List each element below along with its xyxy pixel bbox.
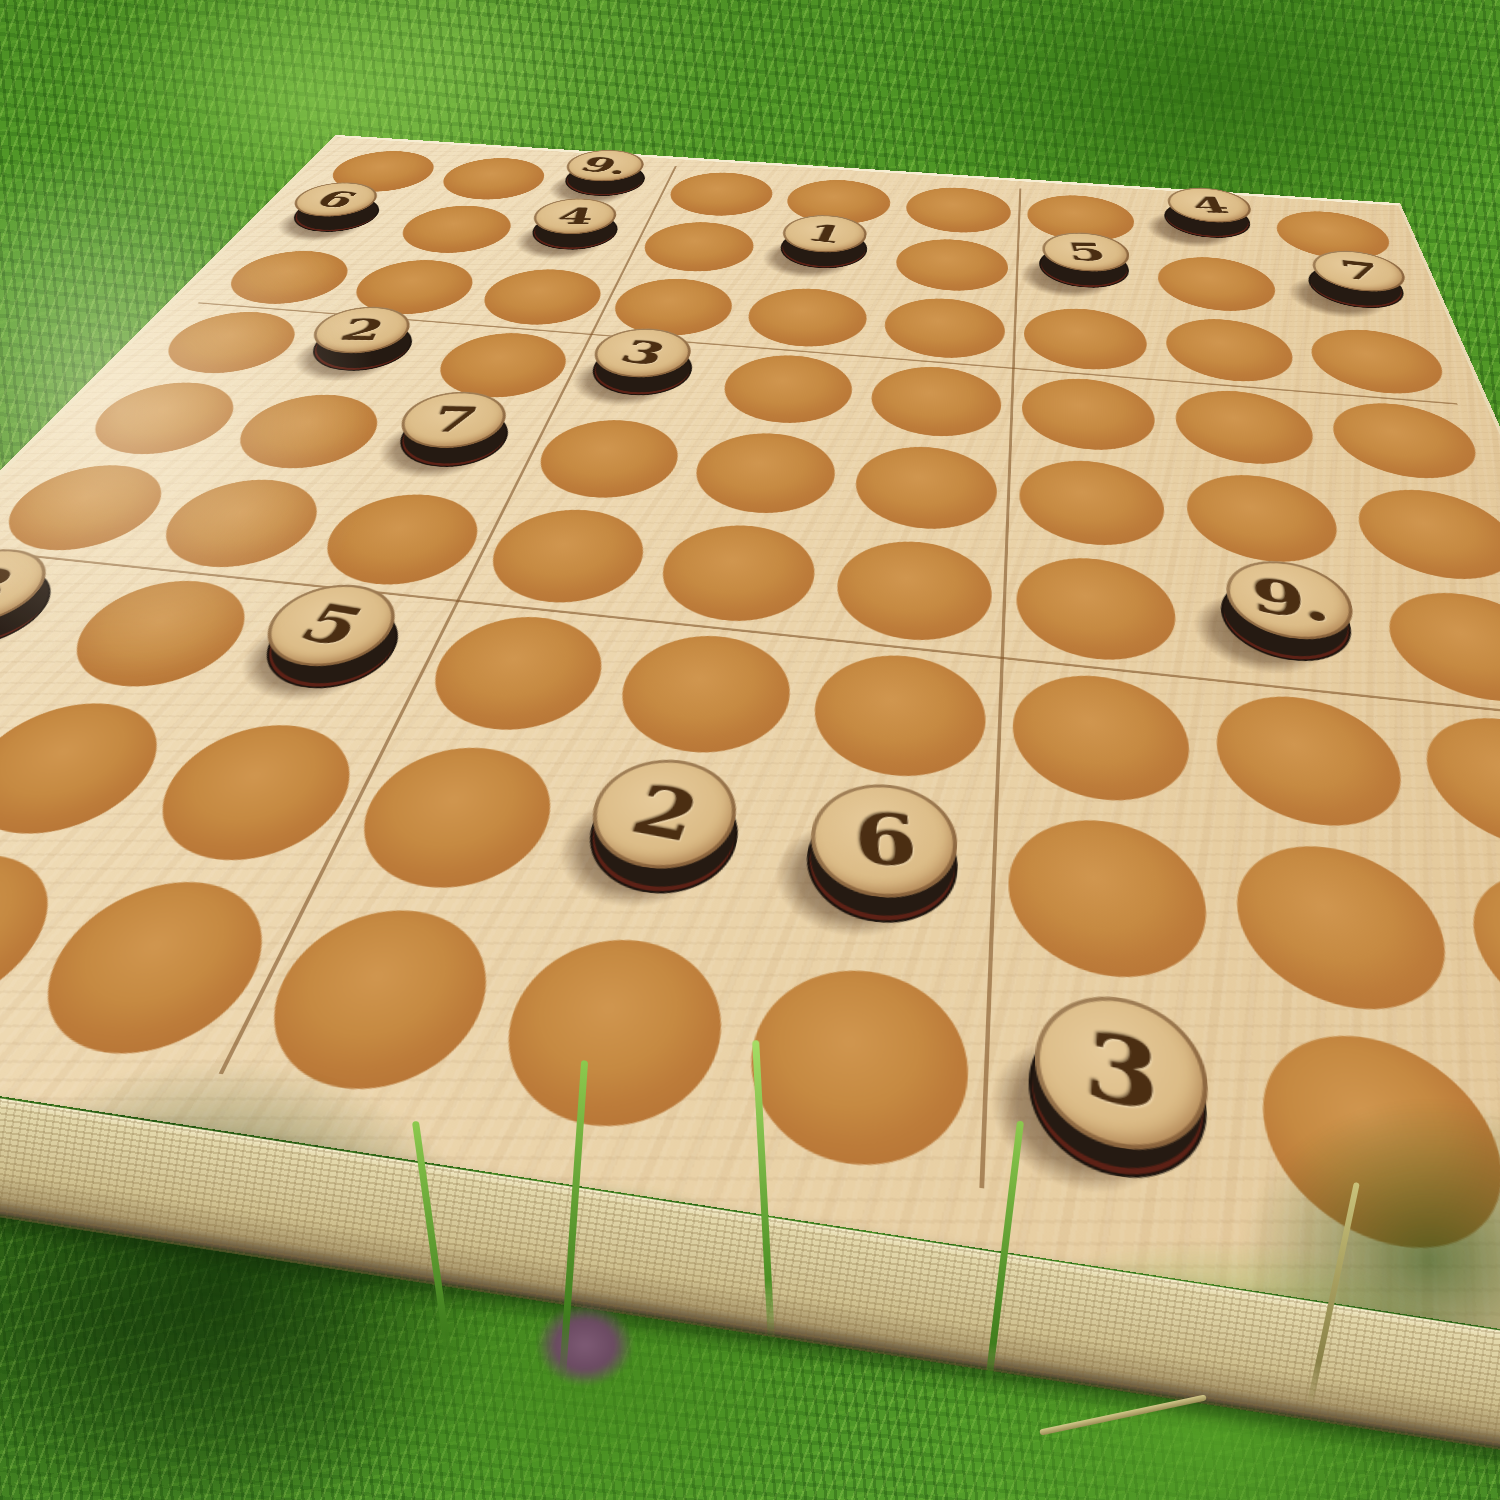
token-5-r7c3[interactable]: 5 — [254, 606, 417, 700]
cell-r4c7[interactable] — [1170, 462, 1362, 577]
cell-r6c9[interactable] — [989, 798, 1232, 1006]
token-digit: 9. — [1250, 567, 1329, 633]
token-digit: 6 — [853, 798, 916, 881]
cell-r5c6[interactable] — [1002, 543, 1195, 678]
token-6-r8c6[interactable]: 6 — [801, 805, 957, 935]
cell-r3c2[interactable] — [1293, 320, 1468, 404]
cell-r6c3[interactable] — [996, 658, 1211, 823]
token-digit: 7 — [425, 399, 482, 440]
cell-r2c2[interactable] — [1146, 249, 1293, 320]
cell-r3c8[interactable] — [1161, 380, 1335, 477]
cell-r1c5[interactable] — [893, 181, 1020, 240]
cell-r7c8[interactable] — [714, 943, 990, 1201]
token-7-r5c3[interactable]: 7 — [391, 412, 521, 477]
cell-r3c6[interactable] — [854, 357, 1013, 449]
cell-r1c6[interactable] — [1018, 188, 1146, 249]
token-1-r2c5[interactable]: 1 — [777, 234, 869, 277]
token-digit: 3 — [1081, 1011, 1158, 1133]
token-2-r4c2[interactable]: 2 — [304, 327, 426, 381]
token-5-r2c7[interactable]: 5 — [1040, 252, 1128, 297]
cell-r5c4[interactable] — [633, 511, 836, 638]
cell-r6c8[interactable] — [315, 727, 588, 913]
token-8-r7c1[interactable]: 8 — [0, 570, 77, 658]
cell-r1c7[interactable] — [1261, 204, 1409, 267]
cell-r4c3[interactable] — [510, 409, 702, 512]
cell-r7c9[interactable] — [1233, 1006, 1500, 1288]
token-digit: 4 — [554, 203, 595, 229]
token-3-r4c4[interactable]: 3 — [586, 348, 699, 405]
token-digit: 5 — [287, 592, 375, 657]
cell-r2c7[interactable] — [728, 280, 882, 357]
cell-r5c5[interactable] — [815, 527, 1007, 657]
cell-r4c8[interactable] — [1335, 477, 1500, 595]
cell-r2c9[interactable] — [1013, 300, 1161, 380]
purple-flower — [520, 1290, 650, 1400]
token-9-r6c8[interactable]: 9. — [1215, 582, 1353, 672]
token-digit: 2 — [334, 313, 389, 347]
token-7-r2c9[interactable]: 7 — [1302, 270, 1406, 317]
cell-r3c1[interactable] — [1153, 310, 1312, 392]
cell-r2c1[interactable] — [882, 232, 1018, 300]
cell-r6c2[interactable] — [788, 638, 1001, 798]
token-3-r9c7[interactable]: 3 — [1029, 1015, 1206, 1190]
photo-scene: 9.4641572379.851263 — [0, 0, 1500, 1500]
cell-r4c6[interactable] — [1006, 448, 1181, 560]
token-4-r1c8[interactable]: 4 — [1162, 206, 1251, 246]
token-digit: 7 — [1338, 255, 1380, 287]
cell-r1c9[interactable] — [623, 215, 771, 280]
token-digit: 5 — [1064, 238, 1108, 267]
token-4-r2c3[interactable]: 4 — [526, 217, 625, 258]
cell-r3c5[interactable] — [702, 345, 869, 434]
token-2-r8c5[interactable]: 2 — [580, 780, 747, 905]
cell-r1c3[interactable] — [651, 166, 788, 223]
token-digit: 3 — [613, 333, 671, 372]
cell-r4c5[interactable] — [836, 435, 1010, 544]
cell-r3c7[interactable] — [1010, 368, 1170, 462]
cell-r3c9[interactable] — [1312, 392, 1500, 491]
cell-r4c4[interactable] — [671, 422, 854, 528]
token-digit: 2 — [620, 770, 706, 857]
token-6-r2c1[interactable]: 6 — [286, 201, 392, 241]
cell-r6c4[interactable] — [1195, 678, 1435, 849]
cell-r2c8[interactable] — [869, 290, 1016, 369]
cell-r5c9[interactable] — [394, 601, 633, 751]
token-digit: 9. — [574, 152, 636, 178]
token-digit: 4 — [1187, 192, 1232, 217]
